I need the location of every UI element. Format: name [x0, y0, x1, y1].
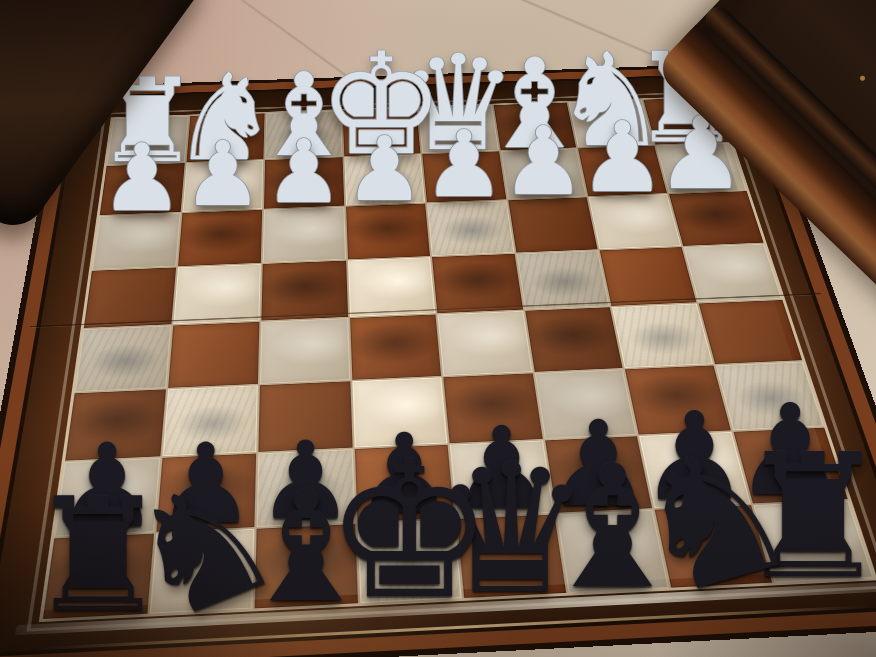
white-pawn-h2[interactable]: ♟	[100, 131, 183, 224]
white-pawn-d2[interactable]: ♟	[423, 120, 505, 212]
square-h5[interactable]	[75, 326, 171, 392]
white-pawn-b2[interactable]: ♟	[579, 109, 666, 206]
square-g4[interactable]	[173, 264, 261, 324]
square-a5[interactable]	[698, 300, 802, 364]
square-f4[interactable]	[261, 260, 347, 320]
white-pawn-c2[interactable]: ♟	[501, 114, 586, 209]
square-c5[interactable]	[525, 307, 623, 371]
white-pawn-f2[interactable]: ♟	[265, 129, 344, 217]
white-pawn-g2[interactable]: ♟	[183, 131, 263, 220]
white-pawn-e2[interactable]: ♟	[344, 125, 424, 214]
square-b5[interactable]	[612, 304, 713, 368]
square-d5[interactable]	[437, 311, 532, 376]
square-c4[interactable]	[516, 250, 609, 309]
scene: ♜♞♝♛♚♝♞♜♟♟♟♟♟♟♟♟♟♟♟♟♟♟♟♟♜♞♝♛♚♝♞♜	[0, 0, 876, 657]
black-rook-h8[interactable]: ♜	[28, 478, 169, 635]
square-g5[interactable]	[168, 322, 260, 387]
square-b4[interactable]	[600, 247, 696, 306]
square-h4[interactable]	[84, 267, 176, 328]
square-a4[interactable]	[683, 244, 782, 303]
square-e5[interactable]	[350, 315, 441, 380]
square-d4[interactable]	[432, 254, 523, 314]
square-f5[interactable]	[260, 318, 350, 383]
square-e4[interactable]	[348, 257, 436, 317]
